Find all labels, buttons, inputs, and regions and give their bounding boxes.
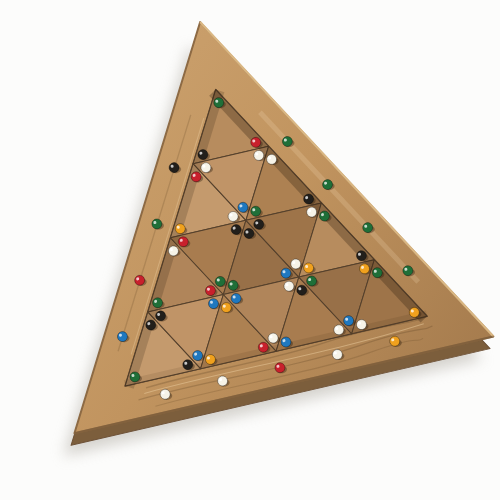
product-photo xyxy=(0,0,500,500)
triangle-puzzle-board xyxy=(0,0,500,500)
